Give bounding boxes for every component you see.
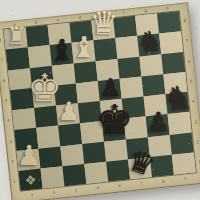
square-a8[interactable]: ♜ — [4, 27, 28, 49]
square-b2[interactable] — [38, 146, 62, 168]
rank-label-right: 8 — [183, 19, 187, 23]
square-a4[interactable] — [12, 108, 36, 130]
rank-label-left: 2 — [10, 159, 14, 163]
square-h6[interactable] — [161, 52, 185, 74]
file-label-top: g — [143, 9, 147, 13]
photo-scene: ♜♛♝♝♞♚♟♟♞♚♟♟❖♛ 8877665544332211aabbccdde… — [0, 0, 200, 200]
piece-white-pawn[interactable]: ♟ — [57, 99, 80, 124]
background-grain — [191, 13, 192, 14]
square-h7[interactable] — [159, 31, 183, 53]
piece-white-bishop[interactable]: ♝ — [71, 33, 97, 62]
rank-label-right: 2 — [195, 140, 199, 144]
board-grid: ♜♛♝♝♞♚♟♟♞♚♟♟❖♛ — [4, 11, 196, 191]
square-a1[interactable]: ❖ — [19, 169, 43, 191]
piece-black-pawn[interactable]: ♟ — [147, 109, 171, 136]
square-d7[interactable]: ♝ — [72, 41, 96, 63]
square-c4[interactable]: ♟ — [56, 103, 80, 125]
rank-label-left: 7 — [0, 58, 4, 62]
file-label-bottom: g — [161, 179, 165, 183]
piece-black-king[interactable]: ♚ — [96, 100, 133, 141]
file-label-bottom: c — [74, 188, 78, 192]
square-b5[interactable]: ♚ — [32, 86, 56, 108]
board-playing-area: ♜♛♝♝♞♚♟♟♞♚♟♟❖♛ 8877665544332211aabbccdde… — [4, 11, 196, 191]
square-c1[interactable] — [62, 164, 86, 186]
square-g7[interactable]: ♞ — [137, 34, 161, 56]
square-c7[interactable]: ♝ — [50, 43, 74, 65]
background-grain — [124, 194, 125, 195]
square-g3[interactable]: ♟ — [146, 114, 170, 136]
piece-white-rook[interactable]: ♜ — [6, 25, 27, 49]
square-d1[interactable] — [84, 162, 108, 184]
rank-label-left: 4 — [6, 119, 10, 123]
background-grain — [189, 6, 190, 7]
square-e3[interactable]: ♚ — [102, 119, 126, 141]
rank-label-right: 6 — [187, 59, 191, 63]
square-b7[interactable] — [28, 45, 52, 67]
rank-label-left: 3 — [8, 139, 12, 143]
file-label-bottom: a — [30, 192, 34, 196]
square-h1[interactable] — [172, 153, 196, 175]
square-h2[interactable] — [170, 132, 194, 154]
square-g5[interactable] — [141, 74, 165, 96]
background-grain — [132, 5, 133, 6]
file-label-bottom: e — [118, 183, 122, 187]
background-grain — [1, 9, 2, 10]
square-f7[interactable] — [115, 36, 139, 58]
square-d2[interactable] — [82, 142, 106, 164]
square-f1[interactable]: ♛ — [128, 157, 152, 179]
rank-label-left: 8 — [0, 38, 2, 42]
file-label-top: h — [165, 6, 169, 10]
rank-label-right: 1 — [198, 160, 200, 164]
square-a2[interactable]: ♟ — [17, 148, 41, 170]
chessboard: ♜♛♝♝♞♚♟♟♞♚♟♟❖♛ 8877665544332211aabbccdde… — [0, 2, 200, 200]
file-label-bottom: b — [52, 190, 56, 194]
file-label-top: d — [78, 15, 82, 19]
piece-white-pawn[interactable]: ♟ — [17, 142, 42, 170]
background-grain — [196, 27, 197, 28]
file-label-top: f — [122, 11, 126, 15]
file-label-top: b — [34, 20, 38, 24]
background-grain — [127, 193, 128, 194]
file-label-bottom: d — [96, 186, 100, 190]
rank-label-left: 5 — [4, 99, 8, 103]
square-a7[interactable] — [6, 48, 30, 70]
piece-black-knight[interactable]: ♞ — [137, 27, 162, 55]
square-b8[interactable] — [26, 25, 50, 47]
square-b1[interactable] — [41, 166, 65, 188]
square-c3[interactable] — [58, 124, 82, 146]
background-grain — [11, 15, 12, 16]
file-label-top: c — [56, 18, 60, 22]
file-label-bottom: h — [183, 176, 187, 180]
square-c2[interactable] — [60, 144, 84, 166]
rank-label-right: 7 — [185, 39, 189, 43]
rank-label-left: 6 — [2, 78, 6, 82]
rank-label-right: 3 — [193, 119, 197, 123]
rank-label-left: 1 — [13, 179, 17, 183]
board-logo-emblem: ❖ — [19, 169, 43, 191]
background-grain — [33, 4, 34, 5]
